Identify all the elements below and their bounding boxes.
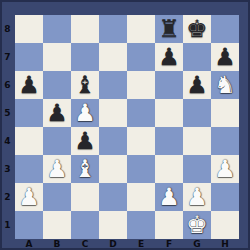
square-c8[interactable]: [71, 15, 99, 43]
square-b3[interactable]: ♟: [43, 155, 71, 183]
square-b2[interactable]: [43, 183, 71, 211]
square-g5[interactable]: [183, 99, 211, 127]
square-h6[interactable]: ♞: [211, 71, 239, 99]
file-label-h: H: [211, 238, 239, 250]
square-e5[interactable]: [127, 99, 155, 127]
square-g7[interactable]: [183, 43, 211, 71]
square-d6[interactable]: [99, 71, 127, 99]
square-a5[interactable]: [15, 99, 43, 127]
square-b7[interactable]: [43, 43, 71, 71]
white-pawn[interactable]: ♟: [71, 99, 99, 127]
file-label-e: E: [127, 238, 155, 250]
square-e7[interactable]: [127, 43, 155, 71]
white-king[interactable]: ♚: [183, 211, 211, 239]
square-a7[interactable]: [15, 43, 43, 71]
square-b8[interactable]: [43, 15, 71, 43]
square-e1[interactable]: [127, 211, 155, 239]
square-e8[interactable]: [127, 15, 155, 43]
rank-label-6: 6: [0, 71, 15, 99]
square-f3[interactable]: [155, 155, 183, 183]
rank-label-2: 2: [0, 183, 15, 211]
square-c3[interactable]: ♝: [71, 155, 99, 183]
white-pawn[interactable]: ♟: [155, 183, 183, 211]
square-f8[interactable]: ♜: [155, 15, 183, 43]
black-king[interactable]: ♚: [183, 15, 211, 43]
square-h8[interactable]: [211, 15, 239, 43]
square-g3[interactable]: [183, 155, 211, 183]
white-pawn[interactable]: ♟: [183, 183, 211, 211]
square-c4[interactable]: ♟: [71, 127, 99, 155]
black-rook[interactable]: ♜: [155, 15, 183, 43]
file-label-g: G: [183, 238, 211, 250]
white-pawn[interactable]: ♟: [211, 155, 239, 183]
square-e3[interactable]: [127, 155, 155, 183]
black-pawn[interactable]: ♟: [183, 71, 211, 99]
chess-board-frame: 8 7 6 5 4 3 2 1 ♜♚♟♟♟♝♟♞♟♟♟♟♝♟♟♟♟♚ A B C…: [0, 0, 250, 250]
rank-label-4: 4: [0, 127, 15, 155]
square-b6[interactable]: [43, 71, 71, 99]
square-e4[interactable]: [127, 127, 155, 155]
square-a3[interactable]: [15, 155, 43, 183]
black-pawn[interactable]: ♟: [71, 127, 99, 155]
white-pawn[interactable]: ♟: [15, 183, 43, 211]
square-g4[interactable]: [183, 127, 211, 155]
rank-label-8: 8: [0, 15, 15, 43]
square-c7[interactable]: [71, 43, 99, 71]
square-a6[interactable]: ♟: [15, 71, 43, 99]
rank-label-1: 1: [0, 211, 15, 239]
square-g6[interactable]: ♟: [183, 71, 211, 99]
square-b5[interactable]: ♟: [43, 99, 71, 127]
square-a8[interactable]: [15, 15, 43, 43]
square-a2[interactable]: ♟: [15, 183, 43, 211]
square-c5[interactable]: ♟: [71, 99, 99, 127]
square-h4[interactable]: [211, 127, 239, 155]
square-a1[interactable]: [15, 211, 43, 239]
rank-label-7: 7: [0, 43, 15, 71]
square-f6[interactable]: [155, 71, 183, 99]
file-labels: A B C D E F G H: [15, 238, 239, 250]
square-d8[interactable]: [99, 15, 127, 43]
rank-label-3: 3: [0, 155, 15, 183]
square-c6[interactable]: ♝: [71, 71, 99, 99]
file-label-b: B: [43, 238, 71, 250]
square-f2[interactable]: ♟: [155, 183, 183, 211]
square-f5[interactable]: [155, 99, 183, 127]
file-label-a: A: [15, 238, 43, 250]
square-h2[interactable]: [211, 183, 239, 211]
rank-label-5: 5: [0, 99, 15, 127]
square-d3[interactable]: [99, 155, 127, 183]
square-f1[interactable]: [155, 211, 183, 239]
file-label-d: D: [99, 238, 127, 250]
square-e2[interactable]: [127, 183, 155, 211]
file-label-c: C: [71, 238, 99, 250]
white-bishop[interactable]: ♝: [71, 155, 99, 183]
square-d7[interactable]: [99, 43, 127, 71]
square-d2[interactable]: [99, 183, 127, 211]
square-d5[interactable]: [99, 99, 127, 127]
square-h5[interactable]: [211, 99, 239, 127]
square-g8[interactable]: ♚: [183, 15, 211, 43]
chess-board: ♜♚♟♟♟♝♟♞♟♟♟♟♝♟♟♟♟♚: [15, 15, 239, 239]
black-bishop[interactable]: ♝: [71, 71, 99, 99]
square-e6[interactable]: [127, 71, 155, 99]
square-h1[interactable]: [211, 211, 239, 239]
square-g1[interactable]: ♚: [183, 211, 211, 239]
square-d1[interactable]: [99, 211, 127, 239]
square-c2[interactable]: [71, 183, 99, 211]
square-h3[interactable]: ♟: [211, 155, 239, 183]
white-pawn[interactable]: ♟: [43, 155, 71, 183]
black-pawn[interactable]: ♟: [211, 43, 239, 71]
square-b1[interactable]: [43, 211, 71, 239]
black-pawn[interactable]: ♟: [43, 99, 71, 127]
black-pawn[interactable]: ♟: [15, 71, 43, 99]
square-h7[interactable]: ♟: [211, 43, 239, 71]
file-label-f: F: [155, 238, 183, 250]
square-g2[interactable]: ♟: [183, 183, 211, 211]
white-knight[interactable]: ♞: [211, 71, 239, 99]
rank-labels: 8 7 6 5 4 3 2 1: [0, 15, 15, 239]
square-f7[interactable]: ♟: [155, 43, 183, 71]
square-d4[interactable]: [99, 127, 127, 155]
square-a4[interactable]: [15, 127, 43, 155]
black-pawn[interactable]: ♟: [155, 43, 183, 71]
square-f4[interactable]: [155, 127, 183, 155]
square-b4[interactable]: [43, 127, 71, 155]
square-c1[interactable]: [71, 211, 99, 239]
